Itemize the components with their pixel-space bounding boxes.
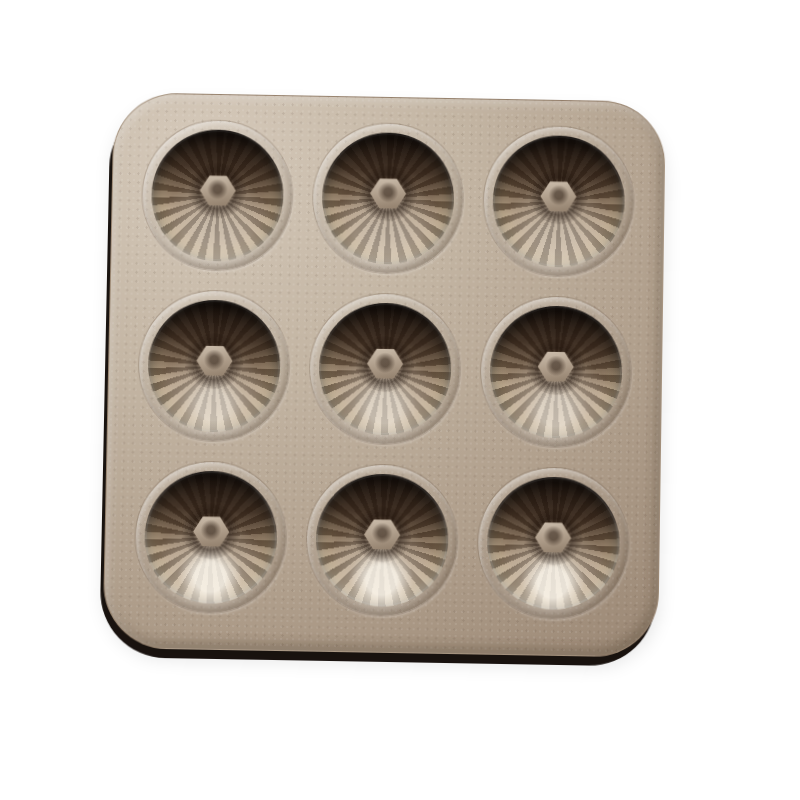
cavity-outer-ring [134,460,287,613]
hex-center-post [193,516,230,548]
hex-center-post [535,522,572,554]
cavity-fluted-bowl [489,305,623,439]
cavity-outer-ring [477,466,630,619]
hex-center-post [367,348,404,380]
cavity-r3c2 [295,453,469,627]
cavity-r2c2 [298,282,472,456]
cavity-r1c2 [301,112,474,285]
hex-center-post [364,519,401,551]
product-photo-scene [0,0,800,800]
hex-center-post [200,175,237,206]
hex-center-post [540,181,576,212]
cavity-outer-ring [138,290,291,443]
cavity-r3c1 [124,450,298,624]
cavity-r1c1 [131,109,305,282]
cavity-outer-ring [312,123,464,275]
cavity-r2c1 [127,279,301,453]
cavity-outer-ring [141,120,294,272]
cavity-outer-ring [306,463,459,616]
cavity-fluted-bowl [151,129,285,263]
muffin-pan [102,92,666,658]
cavity-outer-ring [479,296,631,449]
cavity-r1c3 [472,115,645,288]
pan-top-surface [102,92,666,658]
cavity-fluted-bowl [318,302,452,436]
hex-center-post [538,351,574,383]
cavity-fluted-bowl [144,470,279,605]
hex-center-post [196,345,233,377]
cavity-fluted-bowl [147,299,282,433]
cavity-fluted-bowl [315,473,450,608]
cavity-outer-ring [482,126,634,278]
cavity-r3c3 [466,456,640,630]
hex-center-post [370,178,406,209]
cavity-grid [124,109,645,630]
cavity-fluted-bowl [486,476,620,611]
cavity-r2c3 [469,285,642,459]
cavity-fluted-bowl [491,135,625,269]
cavity-outer-ring [309,293,462,446]
cavity-fluted-bowl [321,132,455,266]
